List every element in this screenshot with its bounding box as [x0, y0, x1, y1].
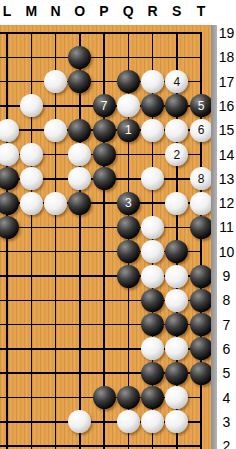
- row-labels-strip: 1918171615141312111098765432: [217, 25, 236, 449]
- black-stone-R16: [141, 94, 164, 117]
- row-label-19: 19: [217, 25, 236, 41]
- column-label-L: L: [3, 3, 12, 19]
- black-stone-Q4: [117, 386, 140, 409]
- grid-vline-L: [6, 33, 8, 449]
- move-number-5: 5: [198, 100, 205, 112]
- row-label-7: 7: [217, 317, 236, 333]
- move-number-6: 6: [198, 124, 205, 136]
- grid-vline-O: [79, 33, 81, 449]
- black-stone-P16: 7: [93, 94, 116, 117]
- column-label-R: R: [147, 3, 157, 19]
- black-stone-Q15: 1: [117, 119, 140, 142]
- white-stone-T15: 6: [190, 119, 213, 142]
- white-stone-N15: [44, 119, 67, 142]
- white-stone-S3: [165, 410, 188, 433]
- white-stone-S12: [165, 192, 188, 215]
- row-label-5: 5: [217, 365, 236, 381]
- black-stone-Q11: [117, 216, 140, 239]
- black-stone-Q10: [117, 240, 140, 263]
- white-stone-S8: [165, 289, 188, 312]
- white-stone-S17: 4: [165, 70, 188, 93]
- white-stone-O14: [68, 143, 91, 166]
- black-stone-S16: [165, 94, 188, 117]
- white-stone-R15: [141, 119, 164, 142]
- white-stone-O13: [68, 167, 91, 190]
- row-label-6: 6: [217, 341, 236, 357]
- black-stone-L11: [0, 216, 19, 239]
- row-label-16: 16: [217, 98, 236, 114]
- row-label-18: 18: [217, 49, 236, 65]
- black-stone-T9: [190, 265, 213, 288]
- white-stone-M12: [20, 192, 43, 215]
- black-stone-S10: [165, 240, 188, 263]
- white-stone-T12: [190, 192, 213, 215]
- white-stone-R6: [141, 337, 164, 360]
- black-stone-Q12: 3: [117, 192, 140, 215]
- white-stone-O3: [68, 410, 91, 433]
- white-stone-Q16: [117, 94, 140, 117]
- black-stone-L13: [0, 167, 19, 190]
- black-stone-O15: [68, 119, 91, 142]
- row-label-2: 2: [217, 438, 236, 449]
- white-stone-R10: [141, 240, 164, 263]
- row-label-11: 11: [217, 219, 236, 235]
- black-stone-T16: 5: [190, 94, 213, 117]
- black-stone-P15: [93, 119, 116, 142]
- white-stone-L15: [0, 119, 19, 142]
- row-label-4: 4: [217, 390, 236, 406]
- black-stone-Q17: [117, 70, 140, 93]
- white-stone-S9: [165, 265, 188, 288]
- white-stone-N17: [44, 70, 67, 93]
- move-number-2: 2: [173, 149, 180, 161]
- white-stone-Q3: [117, 410, 140, 433]
- white-stone-T13: 8: [190, 167, 213, 190]
- move-number-1: 1: [125, 124, 132, 136]
- white-stone-R9: [141, 265, 164, 288]
- black-stone-O17: [68, 70, 91, 93]
- white-stone-S6: [165, 337, 188, 360]
- black-stone-S7: [165, 313, 188, 336]
- move-number-8: 8: [198, 173, 205, 185]
- black-stone-P13: [93, 167, 116, 190]
- black-stone-R4: [141, 386, 164, 409]
- row-label-17: 17: [217, 74, 236, 90]
- white-stone-S4: [165, 386, 188, 409]
- row-label-9: 9: [217, 268, 236, 284]
- white-stone-R3: [141, 410, 164, 433]
- row-label-8: 8: [217, 292, 236, 308]
- row-label-3: 3: [217, 414, 236, 430]
- white-stone-M13: [20, 167, 43, 190]
- row-label-13: 13: [217, 171, 236, 187]
- column-label-Q: Q: [123, 3, 134, 19]
- row-label-10: 10: [217, 244, 236, 260]
- grid-vline-N: [55, 33, 57, 449]
- black-stone-P4: [93, 386, 116, 409]
- white-stone-R13: [141, 167, 164, 190]
- white-stone-S15: [165, 119, 188, 142]
- column-label-N: N: [50, 3, 60, 19]
- column-labels-strip: LMNOPQRST: [0, 0, 236, 25]
- row-label-14: 14: [217, 147, 236, 163]
- move-number-3: 3: [125, 197, 132, 209]
- white-stone-S14: 2: [165, 143, 188, 166]
- white-stone-N12: [44, 192, 67, 215]
- white-stone-R11: [141, 216, 164, 239]
- white-stone-M16: [20, 94, 43, 117]
- move-number-7: 7: [101, 100, 108, 112]
- black-stone-R5: [141, 362, 164, 385]
- white-stone-L14: [0, 143, 19, 166]
- black-stone-R7: [141, 313, 164, 336]
- black-stone-S5: [165, 362, 188, 385]
- column-label-T: T: [197, 3, 206, 19]
- column-label-O: O: [74, 3, 85, 19]
- row-label-15: 15: [217, 122, 236, 138]
- column-label-P: P: [99, 3, 108, 19]
- go-board: 47516283: [0, 25, 211, 449]
- black-stone-L12: [0, 192, 19, 215]
- black-stone-P14: [93, 143, 116, 166]
- black-stone-T5: [190, 362, 213, 385]
- black-stone-T6: [190, 337, 213, 360]
- black-stone-T11: [190, 216, 213, 239]
- black-stone-O12: [68, 192, 91, 215]
- column-label-M: M: [25, 3, 37, 19]
- black-stone-R8: [141, 289, 164, 312]
- row-label-12: 12: [217, 195, 236, 211]
- black-stone-O18: [68, 46, 91, 69]
- go-diagram-screen: LMNOPQRST 47516283 191817161514131211109…: [0, 0, 236, 449]
- white-stone-R17: [141, 70, 164, 93]
- column-label-S: S: [172, 3, 181, 19]
- black-stone-Q9: [117, 265, 140, 288]
- move-number-4: 4: [173, 76, 180, 88]
- white-stone-M14: [20, 143, 43, 166]
- black-stone-T8: [190, 289, 213, 312]
- black-stone-T7: [190, 313, 213, 336]
